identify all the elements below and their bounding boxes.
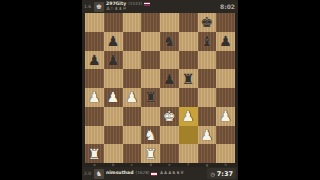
white-pawn-c4: ♟ [126,90,139,104]
white-pawn-a4: ♟ [88,90,101,104]
square-d7[interactable] [141,32,160,51]
bottom-clock-time: 7:37 [217,170,233,178]
game-panel: 1.6 ♚ 297Gity (1533) ♙♘♗♗♕ 8:02 ♚♟♞♝♟♟♟♟… [82,0,238,180]
square-c4[interactable]: ♟ [123,88,142,107]
bottom-player-avatar[interactable]: ♞ [94,169,104,179]
square-a1[interactable]: ♜ [85,144,104,163]
square-e7[interactable]: ♞ [160,32,179,51]
square-a5[interactable] [85,69,104,88]
square-d3[interactable] [141,107,160,126]
square-b6[interactable]: ♟ [104,51,123,70]
bottom-player-rating: (1628) [136,171,150,175]
square-c5[interactable] [123,69,142,88]
square-a3[interactable] [85,107,104,126]
black-knight-e7: ♞ [163,34,176,48]
square-d6[interactable] [141,51,160,70]
square-h3[interactable]: ♟ [216,107,235,126]
square-a7[interactable] [85,32,104,51]
square-h4[interactable] [216,88,235,107]
square-e8[interactable] [160,13,179,32]
white-rook-a1: ♜ [88,146,101,160]
square-h6[interactable] [216,51,235,70]
square-c1[interactable] [123,144,142,163]
square-h1[interactable] [216,144,235,163]
white-rook-d1: ♜ [144,146,157,160]
bottom-player-info: nimsuthad (1628) ♟♟♟♞♞♛ [106,171,184,176]
bottom-player-clock: ◷ 7:37 [207,168,236,179]
square-h2[interactable] [216,126,235,145]
black-king-g8: ♚ [201,15,214,29]
bottom-player-name[interactable]: nimsuthad [106,171,134,176]
square-f6[interactable] [179,51,198,70]
square-h7[interactable]: ♟ [216,32,235,51]
white-pawn-b4: ♟ [107,90,120,104]
black-bishop-g7: ♝ [201,34,214,48]
square-g6[interactable] [198,51,217,70]
black-rook-f5: ♜ [182,71,195,85]
square-f7[interactable] [179,32,198,51]
square-a6[interactable]: ♟ [85,51,104,70]
chess-board[interactable]: ♚♟♞♝♟♟♟♟♜♟♟♟♜♚♟♟♞♟♜♜ [85,13,235,163]
square-e1[interactable] [160,144,179,163]
square-b7[interactable]: ♟ [104,32,123,51]
black-pawn-e5: ♟ [163,71,176,85]
bottom-eval-score: 2.0 [84,171,92,176]
square-g3[interactable] [198,107,217,126]
avatar-piece-icon: ♚ [96,3,102,11]
square-e4[interactable] [160,88,179,107]
square-f1[interactable] [179,144,198,163]
square-g2[interactable]: ♟ [198,126,217,145]
square-c8[interactable] [123,13,142,32]
square-a4[interactable]: ♟ [85,88,104,107]
square-b1[interactable] [104,144,123,163]
square-d8[interactable] [141,13,160,32]
square-d1[interactable]: ♜ [141,144,160,163]
square-c2[interactable] [123,126,142,145]
black-rook-d4: ♜ [144,90,157,104]
square-c3[interactable] [123,107,142,126]
square-f5[interactable]: ♜ [179,69,198,88]
black-pawn-b6: ♟ [107,52,120,66]
square-f8[interactable] [179,13,198,32]
bottom-captured-pieces: ♟♟♟♞♞♛ [159,171,184,176]
square-d4[interactable]: ♜ [141,88,160,107]
square-b5[interactable] [104,69,123,88]
white-pawn-g2: ♟ [201,127,214,141]
white-king-e3: ♚ [163,109,176,123]
black-pawn-h7: ♟ [219,34,232,48]
black-pawn-a6: ♟ [88,52,101,66]
square-b8[interactable] [104,13,123,32]
top-eval-score: 1.6 [84,4,92,9]
square-e5[interactable]: ♟ [160,69,179,88]
black-pawn-b7: ♟ [107,34,120,48]
square-g7[interactable]: ♝ [198,32,217,51]
square-b3[interactable] [104,107,123,126]
square-g5[interactable] [198,69,217,88]
square-c7[interactable] [123,32,142,51]
square-e3[interactable]: ♚ [160,107,179,126]
top-player-clock: 8:02 [220,3,236,10]
top-captured-pieces: ♙♘♗♗♕ [106,7,150,12]
video-frame: 1.6 ♚ 297Gity (1533) ♙♘♗♗♕ 8:02 ♚♟♞♝♟♟♟♟… [0,0,320,180]
square-f4[interactable] [179,88,198,107]
square-d5[interactable] [141,69,160,88]
square-e6[interactable] [160,51,179,70]
white-knight-d2: ♞ [144,127,157,141]
top-player-info: 297Gity (1533) ♙♘♗♗♕ [106,2,150,11]
avatar-piece-icon: ♞ [96,170,102,178]
square-b4[interactable]: ♟ [104,88,123,107]
square-e2[interactable] [160,126,179,145]
bottom-player-flag-icon [151,172,157,176]
top-player-avatar[interactable]: ♚ [94,2,104,12]
white-pawn-f3: ♟ [182,109,195,123]
square-f3[interactable]: ♟ [179,107,198,126]
square-h5[interactable] [216,69,235,88]
square-a8[interactable] [85,13,104,32]
square-a2[interactable] [85,126,104,145]
square-b2[interactable] [104,126,123,145]
square-h8[interactable] [216,13,235,32]
square-d2[interactable]: ♞ [141,126,160,145]
top-player-bar: 1.6 ♚ 297Gity (1533) ♙♘♗♗♕ 8:02 [82,0,238,13]
clock-icon: ◷ [210,171,214,177]
square-g4[interactable] [198,88,217,107]
square-f2[interactable] [179,126,198,145]
square-g1[interactable] [198,144,217,163]
bottom-player-bar: 2.0 ♞ nimsuthad (1628) ♟♟♟♞♞♛ ◷ 7:37 [82,167,238,180]
white-pawn-h3: ♟ [219,109,232,123]
square-c6[interactable] [123,51,142,70]
square-g8[interactable]: ♚ [198,13,217,32]
